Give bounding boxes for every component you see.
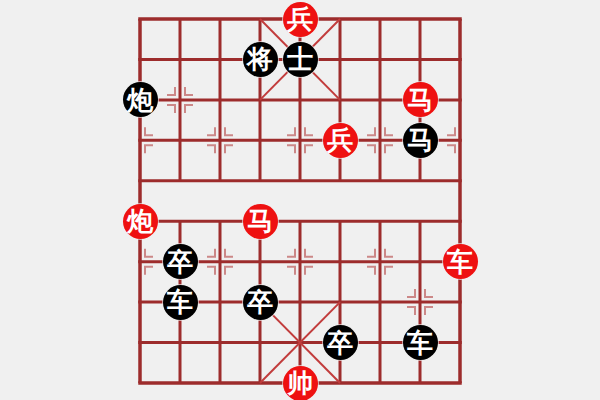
piece-black-advisor[interactable]: 士 xyxy=(283,42,318,77)
piece-red-horse[interactable]: 马 xyxy=(403,82,438,117)
piece-red-general[interactable]: 帅 xyxy=(283,366,318,400)
piece-black-general[interactable]: 将 xyxy=(243,42,278,77)
piece-black-chariot[interactable]: 车 xyxy=(403,325,438,360)
piece-black-soldier[interactable]: 卒 xyxy=(243,285,278,320)
piece-red-cannon[interactable]: 炮 xyxy=(123,204,158,239)
piece-black-chariot[interactable]: 车 xyxy=(163,285,198,320)
piece-black-soldier[interactable]: 卒 xyxy=(163,244,198,279)
piece-red-chariot[interactable]: 车 xyxy=(443,244,478,279)
piece-red-horse[interactable]: 马 xyxy=(243,204,278,239)
piece-black-soldier[interactable]: 卒 xyxy=(323,325,358,360)
piece-red-soldier[interactable]: 兵 xyxy=(323,123,358,158)
pieces-layer: 兵将士炮马兵马炮马卒车车卒卒车帅 xyxy=(0,0,600,400)
xiangqi-diagram: 兵将士炮马兵马炮马卒车车卒卒车帅 xyxy=(0,0,600,400)
piece-red-soldier[interactable]: 兵 xyxy=(283,2,318,37)
piece-black-cannon[interactable]: 炮 xyxy=(123,82,158,117)
piece-black-horse[interactable]: 马 xyxy=(403,123,438,158)
